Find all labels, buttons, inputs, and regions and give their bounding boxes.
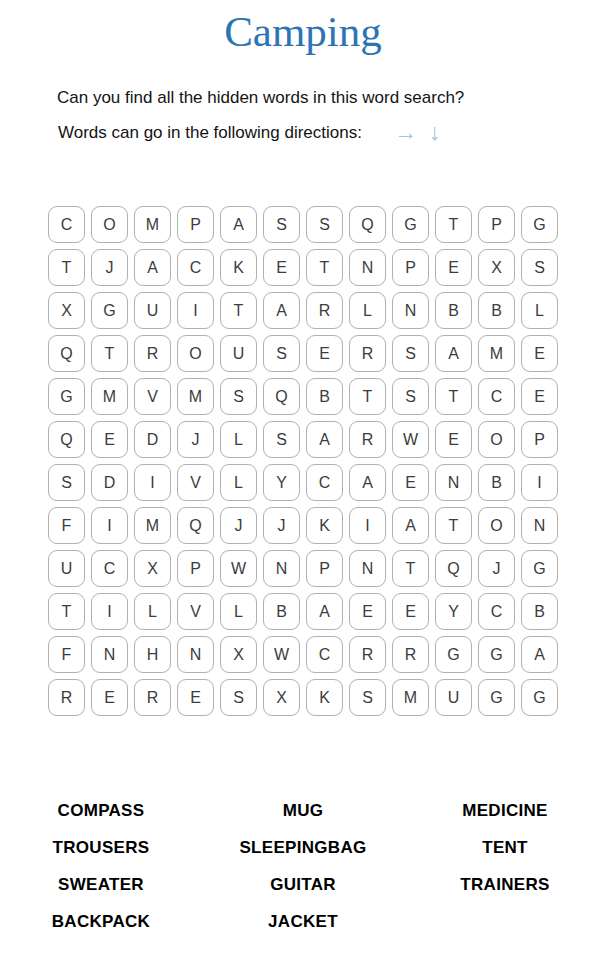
- grid-cell-r7c4[interactable]: V: [177, 464, 214, 501]
- directions-label: Words can go in the following directions…: [58, 122, 362, 143]
- grid-cell-r12c8[interactable]: S: [349, 679, 386, 716]
- grid-cell-r3c11[interactable]: B: [478, 292, 515, 329]
- grid-cell-r7c7[interactable]: C: [306, 464, 343, 501]
- grid-cell-r7c11[interactable]: B: [478, 464, 515, 501]
- word-list-item: TENT: [404, 829, 606, 866]
- grid-cell-r7c6[interactable]: Y: [263, 464, 300, 501]
- grid-cell-r2c7[interactable]: T: [306, 249, 343, 286]
- grid-cell-r5c8[interactable]: T: [349, 378, 386, 415]
- grid-cell-r1c8[interactable]: Q: [349, 206, 386, 243]
- grid-cell-r8c11[interactable]: O: [478, 507, 515, 544]
- word-list-item: SWEATER: [0, 866, 202, 903]
- grid-cell-r1c2[interactable]: O: [91, 206, 128, 243]
- grid-cell-r7c8[interactable]: A: [349, 464, 386, 501]
- grid-cell-r3c6[interactable]: A: [263, 292, 300, 329]
- grid-cell-r5c6[interactable]: Q: [263, 378, 300, 415]
- grid-cell-r9c5[interactable]: W: [220, 550, 257, 587]
- grid-cell-r7c12[interactable]: I: [521, 464, 558, 501]
- grid-cell-r5c2[interactable]: M: [91, 378, 128, 415]
- grid-cell-r9c6[interactable]: N: [263, 550, 300, 587]
- grid-cell-r4c10[interactable]: A: [435, 335, 472, 372]
- grid-cell-r1c6[interactable]: S: [263, 206, 300, 243]
- grid-cell-r5c3[interactable]: V: [134, 378, 171, 415]
- grid-cell-r6c1[interactable]: Q: [48, 421, 85, 458]
- grid-cell-r3c12[interactable]: L: [521, 292, 558, 329]
- grid-cell-r3c1[interactable]: X: [48, 292, 85, 329]
- page-title: Camping: [0, 8, 606, 56]
- grid-cell-r8c4[interactable]: Q: [177, 507, 214, 544]
- grid-cell-r4c5[interactable]: U: [220, 335, 257, 372]
- grid-cell-r10c10[interactable]: Y: [435, 593, 472, 630]
- grid-cell-r3c10[interactable]: B: [435, 292, 472, 329]
- grid-cell-r2c6[interactable]: E: [263, 249, 300, 286]
- grid-cell-r1c9[interactable]: G: [392, 206, 429, 243]
- grid-cell-r7c10[interactable]: N: [435, 464, 472, 501]
- grid-cell-r9c11[interactable]: J: [478, 550, 515, 587]
- grid-cell-r12c2[interactable]: E: [91, 679, 128, 716]
- grid-cell-r1c12[interactable]: G: [521, 206, 558, 243]
- grid-cell-r9c3[interactable]: X: [134, 550, 171, 587]
- grid-cell-r2c10[interactable]: E: [435, 249, 472, 286]
- grid-cell-r10c6[interactable]: B: [263, 593, 300, 630]
- grid-cell-r8c12[interactable]: N: [521, 507, 558, 544]
- grid-cell-r7c2[interactable]: D: [91, 464, 128, 501]
- directions-line: Words can go in the following directions…: [58, 122, 606, 143]
- grid-cell-r6c12[interactable]: P: [521, 421, 558, 458]
- grid-cell-r11c9[interactable]: R: [392, 636, 429, 673]
- grid-cell-r10c4[interactable]: V: [177, 593, 214, 630]
- grid-cell-r8c1[interactable]: F: [48, 507, 85, 544]
- grid-cell-r12c5[interactable]: S: [220, 679, 257, 716]
- word-list-item: MEDICINE: [404, 792, 606, 829]
- grid-cell-r4c8[interactable]: R: [349, 335, 386, 372]
- grid-cell-r8c3[interactable]: M: [134, 507, 171, 544]
- grid-cell-r4c6[interactable]: S: [263, 335, 300, 372]
- grid-cell-r4c12[interactable]: E: [521, 335, 558, 372]
- grid-cell-r8c10[interactable]: T: [435, 507, 472, 544]
- grid-cell-r6c6[interactable]: S: [263, 421, 300, 458]
- grid-cell-r2c4[interactable]: C: [177, 249, 214, 286]
- word-list-item: SLEEPINGBAG: [202, 829, 404, 866]
- grid-cell-r12c6[interactable]: X: [263, 679, 300, 716]
- grid-cell-r3c8[interactable]: L: [349, 292, 386, 329]
- grid-cell-r9c12[interactable]: G: [521, 550, 558, 587]
- grid-cell-r4c3[interactable]: R: [134, 335, 171, 372]
- grid-cell-r9c7[interactable]: P: [306, 550, 343, 587]
- word-list-item: JACKET: [202, 903, 404, 940]
- grid-cell-r6c5[interactable]: L: [220, 421, 257, 458]
- grid-cell-r6c8[interactable]: R: [349, 421, 386, 458]
- word-search-grid: COMPASSQGTPGTJACKETNPEXSXGUITARLNBBLQTRO…: [48, 206, 558, 716]
- word-list-item: TROUSERS: [0, 829, 202, 866]
- grid-cell-r2c11[interactable]: X: [478, 249, 515, 286]
- grid-cell-r2c8[interactable]: N: [349, 249, 386, 286]
- grid-cell-r11c10[interactable]: G: [435, 636, 472, 673]
- grid-cell-r7c1[interactable]: S: [48, 464, 85, 501]
- grid-cell-r6c7[interactable]: A: [306, 421, 343, 458]
- grid-cell-r8c7[interactable]: K: [306, 507, 343, 544]
- grid-cell-r5c9[interactable]: S: [392, 378, 429, 415]
- grid-cell-r3c3[interactable]: U: [134, 292, 171, 329]
- grid-cell-r6c3[interactable]: D: [134, 421, 171, 458]
- grid-cell-r11c6[interactable]: W: [263, 636, 300, 673]
- word-list-item: MUG: [202, 792, 404, 829]
- grid-cell-r1c7[interactable]: S: [306, 206, 343, 243]
- grid-cell-r10c8[interactable]: E: [349, 593, 386, 630]
- grid-cell-r8c5[interactable]: J: [220, 507, 257, 544]
- right-arrow-icon: →: [394, 122, 417, 143]
- grid-cell-r12c1[interactable]: R: [48, 679, 85, 716]
- word-list: COMPASSMUGMEDICINETROUSERSSLEEPINGBAGTEN…: [0, 792, 606, 940]
- grid-cell-r2c5[interactable]: K: [220, 249, 257, 286]
- grid-cell-r10c5[interactable]: L: [220, 593, 257, 630]
- grid-cell-r11c2[interactable]: N: [91, 636, 128, 673]
- grid-cell-r1c10[interactable]: T: [435, 206, 472, 243]
- grid-cell-r1c3[interactable]: M: [134, 206, 171, 243]
- grid-cell-r4c7[interactable]: E: [306, 335, 343, 372]
- grid-cell-r5c7[interactable]: B: [306, 378, 343, 415]
- grid-cell-r6c9[interactable]: W: [392, 421, 429, 458]
- grid-cell-r6c4[interactable]: J: [177, 421, 214, 458]
- instructions-text: Can you find all the hidden words in thi…: [57, 87, 606, 108]
- grid-cell-r2c9[interactable]: P: [392, 249, 429, 286]
- grid-cell-r7c3[interactable]: I: [134, 464, 171, 501]
- grid-cell-r9c9[interactable]: T: [392, 550, 429, 587]
- word-list-item: COMPASS: [0, 792, 202, 829]
- grid-cell-r9c1[interactable]: U: [48, 550, 85, 587]
- grid-cell-r2c2[interactable]: J: [91, 249, 128, 286]
- grid-cell-r11c3[interactable]: H: [134, 636, 171, 673]
- grid-cell-r11c1[interactable]: F: [48, 636, 85, 673]
- grid-cell-r2c1[interactable]: T: [48, 249, 85, 286]
- grid-cell-r2c3[interactable]: A: [134, 249, 171, 286]
- grid-cell-r12c9[interactable]: M: [392, 679, 429, 716]
- grid-cell-r11c4[interactable]: N: [177, 636, 214, 673]
- grid-cell-r1c4[interactable]: P: [177, 206, 214, 243]
- grid-cell-r2c12[interactable]: S: [521, 249, 558, 286]
- grid-cell-r7c9[interactable]: E: [392, 464, 429, 501]
- grid-cell-r10c3[interactable]: L: [134, 593, 171, 630]
- grid-cell-r11c11[interactable]: G: [478, 636, 515, 673]
- grid-cell-r10c11[interactable]: C: [478, 593, 515, 630]
- grid-cell-r11c7[interactable]: C: [306, 636, 343, 673]
- grid-cell-r4c2[interactable]: T: [91, 335, 128, 372]
- grid-cell-r3c9[interactable]: N: [392, 292, 429, 329]
- grid-cell-r12c7[interactable]: K: [306, 679, 343, 716]
- grid-cell-r4c1[interactable]: Q: [48, 335, 85, 372]
- grid-cell-r5c10[interactable]: T: [435, 378, 472, 415]
- grid-cell-r8c6[interactable]: J: [263, 507, 300, 544]
- grid-cell-r6c11[interactable]: O: [478, 421, 515, 458]
- grid-cell-r5c5[interactable]: S: [220, 378, 257, 415]
- grid-cell-r9c8[interactable]: N: [349, 550, 386, 587]
- grid-cell-r4c9[interactable]: S: [392, 335, 429, 372]
- grid-cell-r3c7[interactable]: R: [306, 292, 343, 329]
- grid-cell-r10c9[interactable]: E: [392, 593, 429, 630]
- grid-cell-r12c11[interactable]: G: [478, 679, 515, 716]
- grid-cell-r5c11[interactable]: C: [478, 378, 515, 415]
- grid-cell-r1c1[interactable]: C: [48, 206, 85, 243]
- grid-cell-r10c12[interactable]: B: [521, 593, 558, 630]
- word-list-item: TRAINERS: [404, 866, 606, 903]
- grid-cell-r3c4[interactable]: I: [177, 292, 214, 329]
- grid-cell-r11c12[interactable]: A: [521, 636, 558, 673]
- grid-cell-r3c2[interactable]: G: [91, 292, 128, 329]
- grid-cell-r7c5[interactable]: L: [220, 464, 257, 501]
- grid-cell-r11c5[interactable]: X: [220, 636, 257, 673]
- grid-cell-r5c1[interactable]: G: [48, 378, 85, 415]
- grid-cell-r4c11[interactable]: M: [478, 335, 515, 372]
- grid-cell-r1c11[interactable]: P: [478, 206, 515, 243]
- grid-cell-r8c8[interactable]: I: [349, 507, 386, 544]
- down-arrow-icon: ↓: [429, 122, 441, 143]
- grid-cell-r8c9[interactable]: A: [392, 507, 429, 544]
- grid-cell-r4c4[interactable]: O: [177, 335, 214, 372]
- grid-cell-r8c2[interactable]: I: [91, 507, 128, 544]
- grid-cell-r6c2[interactable]: E: [91, 421, 128, 458]
- grid-cell-r12c10[interactable]: U: [435, 679, 472, 716]
- grid-cell-r10c1[interactable]: T: [48, 593, 85, 630]
- grid-cell-r10c2[interactable]: I: [91, 593, 128, 630]
- grid-cell-r5c12[interactable]: E: [521, 378, 558, 415]
- grid-cell-r10c7[interactable]: A: [306, 593, 343, 630]
- grid-cell-r12c4[interactable]: E: [177, 679, 214, 716]
- word-search-page: Camping Can you find all the hidden word…: [0, 0, 606, 954]
- grid-cell-r12c3[interactable]: R: [134, 679, 171, 716]
- grid-cell-r12c12[interactable]: G: [521, 679, 558, 716]
- grid-cell-r5c4[interactable]: M: [177, 378, 214, 415]
- grid-cell-r6c10[interactable]: E: [435, 421, 472, 458]
- word-list-item: BACKPACK: [0, 903, 202, 940]
- word-list-item: GUITAR: [202, 866, 404, 903]
- grid-cell-r11c8[interactable]: R: [349, 636, 386, 673]
- grid-cell-r3c5[interactable]: T: [220, 292, 257, 329]
- grid-cell-r9c4[interactable]: P: [177, 550, 214, 587]
- grid-cell-r1c5[interactable]: A: [220, 206, 257, 243]
- grid-cell-r9c10[interactable]: Q: [435, 550, 472, 587]
- grid-cell-r9c2[interactable]: C: [91, 550, 128, 587]
